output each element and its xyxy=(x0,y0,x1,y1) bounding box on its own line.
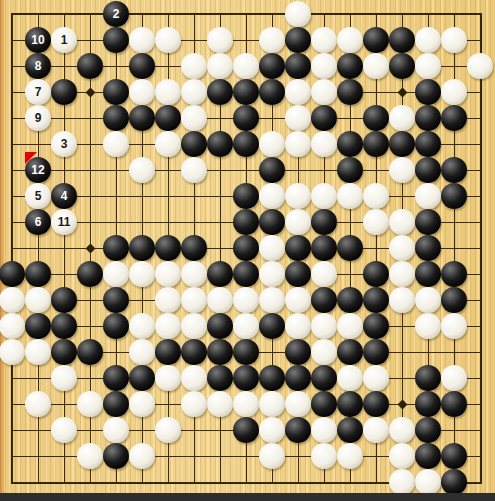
black-stone[interactable] xyxy=(441,157,467,183)
bottom-dark-strip xyxy=(0,493,495,501)
white-stone[interactable] xyxy=(155,79,181,105)
white-stone[interactable] xyxy=(181,53,207,79)
black-stone[interactable] xyxy=(259,157,285,183)
white-stone[interactable] xyxy=(259,131,285,157)
white-stone[interactable] xyxy=(285,1,311,27)
white-stone[interactable] xyxy=(259,235,285,261)
black-stone[interactable] xyxy=(129,105,155,131)
black-stone[interactable] xyxy=(233,209,259,235)
black-stone[interactable] xyxy=(207,365,233,391)
black-stone[interactable] xyxy=(337,391,363,417)
black-stone[interactable] xyxy=(363,261,389,287)
black-stone[interactable] xyxy=(337,287,363,313)
black-stone[interactable] xyxy=(363,131,389,157)
black-stone[interactable] xyxy=(441,287,467,313)
black-stone[interactable] xyxy=(259,209,285,235)
white-stone[interactable] xyxy=(181,261,207,287)
black-stone[interactable] xyxy=(311,235,337,261)
white-stone[interactable]: 3 xyxy=(51,131,77,157)
white-stone[interactable] xyxy=(415,287,441,313)
white-stone[interactable] xyxy=(389,287,415,313)
white-stone[interactable] xyxy=(415,183,441,209)
white-stone[interactable] xyxy=(363,53,389,79)
white-stone[interactable] xyxy=(389,235,415,261)
black-stone[interactable] xyxy=(363,339,389,365)
white-stone[interactable] xyxy=(441,27,467,53)
black-stone[interactable] xyxy=(77,261,103,287)
black-stone[interactable] xyxy=(103,79,129,105)
white-stone[interactable] xyxy=(285,131,311,157)
black-stone[interactable] xyxy=(363,391,389,417)
white-stone[interactable] xyxy=(181,313,207,339)
white-stone[interactable] xyxy=(311,53,337,79)
white-stone[interactable] xyxy=(0,287,25,313)
black-stone[interactable] xyxy=(25,261,51,287)
black-stone[interactable]: 8 xyxy=(25,53,51,79)
white-stone[interactable] xyxy=(129,339,155,365)
white-stone[interactable] xyxy=(25,391,51,417)
black-stone[interactable] xyxy=(337,339,363,365)
black-stone[interactable] xyxy=(207,339,233,365)
move-number-label: 6 xyxy=(35,216,42,228)
black-stone[interactable] xyxy=(77,53,103,79)
white-stone[interactable] xyxy=(337,443,363,469)
white-stone[interactable] xyxy=(441,79,467,105)
black-stone[interactable] xyxy=(51,287,77,313)
white-stone[interactable] xyxy=(389,261,415,287)
black-stone[interactable] xyxy=(0,261,25,287)
white-stone[interactable] xyxy=(233,391,259,417)
white-stone[interactable] xyxy=(415,313,441,339)
white-stone[interactable] xyxy=(389,209,415,235)
white-stone[interactable] xyxy=(129,443,155,469)
black-stone[interactable] xyxy=(207,131,233,157)
black-stone[interactable] xyxy=(415,235,441,261)
white-stone[interactable] xyxy=(181,105,207,131)
white-stone[interactable] xyxy=(155,131,181,157)
white-stone[interactable] xyxy=(285,313,311,339)
black-stone[interactable] xyxy=(233,417,259,443)
black-stone[interactable] xyxy=(311,287,337,313)
black-stone[interactable] xyxy=(441,105,467,131)
red-triangle-marker xyxy=(25,152,37,164)
white-stone[interactable] xyxy=(181,365,207,391)
black-stone[interactable] xyxy=(415,391,441,417)
black-stone[interactable] xyxy=(285,417,311,443)
board-left-edge-shading xyxy=(0,0,4,501)
white-stone[interactable] xyxy=(285,287,311,313)
white-stone[interactable] xyxy=(233,287,259,313)
white-stone[interactable] xyxy=(311,417,337,443)
white-stone[interactable] xyxy=(129,391,155,417)
white-stone[interactable] xyxy=(77,391,103,417)
black-stone[interactable] xyxy=(337,235,363,261)
black-stone[interactable] xyxy=(259,365,285,391)
white-stone[interactable] xyxy=(129,157,155,183)
black-stone[interactable] xyxy=(155,339,181,365)
black-stone[interactable] xyxy=(103,443,129,469)
black-stone[interactable] xyxy=(311,391,337,417)
black-stone[interactable] xyxy=(25,313,51,339)
white-stone[interactable] xyxy=(259,443,285,469)
black-stone[interactable] xyxy=(441,183,467,209)
white-stone[interactable] xyxy=(441,313,467,339)
black-stone[interactable] xyxy=(233,261,259,287)
black-stone[interactable] xyxy=(415,209,441,235)
white-stone[interactable] xyxy=(51,417,77,443)
white-stone[interactable] xyxy=(155,365,181,391)
black-stone[interactable] xyxy=(415,79,441,105)
black-stone[interactable] xyxy=(155,235,181,261)
white-stone[interactable] xyxy=(337,183,363,209)
black-stone[interactable] xyxy=(129,365,155,391)
black-stone[interactable] xyxy=(441,261,467,287)
black-stone[interactable] xyxy=(389,131,415,157)
black-stone[interactable] xyxy=(363,105,389,131)
white-stone[interactable] xyxy=(103,417,129,443)
black-stone[interactable] xyxy=(51,339,77,365)
black-stone[interactable] xyxy=(103,27,129,53)
white-stone[interactable] xyxy=(285,105,311,131)
white-stone[interactable] xyxy=(129,261,155,287)
white-stone[interactable] xyxy=(311,79,337,105)
white-stone[interactable] xyxy=(103,261,129,287)
white-stone[interactable] xyxy=(389,105,415,131)
black-stone[interactable]: 6 xyxy=(25,209,51,235)
black-stone[interactable] xyxy=(285,235,311,261)
black-stone[interactable] xyxy=(311,365,337,391)
white-stone[interactable]: 9 xyxy=(25,105,51,131)
white-stone[interactable] xyxy=(337,27,363,53)
black-stone[interactable] xyxy=(103,235,129,261)
white-stone[interactable] xyxy=(415,469,441,495)
black-stone[interactable] xyxy=(363,313,389,339)
black-stone[interactable] xyxy=(441,391,467,417)
white-stone[interactable] xyxy=(103,131,129,157)
white-stone[interactable] xyxy=(155,27,181,53)
black-stone[interactable] xyxy=(337,131,363,157)
black-stone[interactable] xyxy=(233,183,259,209)
move-number-label: 8 xyxy=(35,60,42,72)
black-stone[interactable] xyxy=(389,27,415,53)
black-stone[interactable] xyxy=(207,261,233,287)
white-stone[interactable] xyxy=(0,313,25,339)
black-stone[interactable]: 10 xyxy=(25,27,51,53)
black-stone[interactable] xyxy=(181,339,207,365)
black-stone[interactable] xyxy=(181,131,207,157)
white-stone[interactable] xyxy=(363,417,389,443)
black-stone[interactable] xyxy=(233,235,259,261)
black-stone[interactable] xyxy=(415,443,441,469)
white-stone[interactable] xyxy=(51,365,77,391)
black-stone[interactable] xyxy=(103,391,129,417)
black-stone[interactable] xyxy=(233,131,259,157)
black-stone[interactable] xyxy=(337,157,363,183)
black-stone[interactable] xyxy=(233,105,259,131)
black-stone[interactable] xyxy=(415,417,441,443)
white-stone[interactable] xyxy=(207,287,233,313)
white-stone[interactable] xyxy=(311,183,337,209)
white-stone[interactable] xyxy=(415,27,441,53)
white-stone[interactable] xyxy=(129,313,155,339)
black-stone[interactable] xyxy=(51,313,77,339)
black-stone[interactable] xyxy=(207,313,233,339)
move-number-label: 9 xyxy=(35,112,42,124)
white-stone[interactable] xyxy=(285,391,311,417)
black-stone[interactable] xyxy=(285,27,311,53)
white-stone[interactable] xyxy=(25,339,51,365)
go-board-window: 210187931254611 xyxy=(0,0,495,501)
black-stone[interactable] xyxy=(129,235,155,261)
white-stone[interactable] xyxy=(259,183,285,209)
black-stone[interactable] xyxy=(415,365,441,391)
white-stone[interactable] xyxy=(77,443,103,469)
black-stone[interactable] xyxy=(233,365,259,391)
white-stone[interactable] xyxy=(207,27,233,53)
black-stone[interactable] xyxy=(233,79,259,105)
white-stone[interactable] xyxy=(207,53,233,79)
black-stone[interactable] xyxy=(51,79,77,105)
white-stone[interactable] xyxy=(311,313,337,339)
black-stone[interactable] xyxy=(311,105,337,131)
white-stone[interactable] xyxy=(389,157,415,183)
black-stone[interactable] xyxy=(337,417,363,443)
black-stone[interactable] xyxy=(337,53,363,79)
black-stone[interactable] xyxy=(103,313,129,339)
white-stone[interactable] xyxy=(363,183,389,209)
move-number-label: 12 xyxy=(31,164,44,176)
white-stone[interactable] xyxy=(129,27,155,53)
black-stone[interactable] xyxy=(155,105,181,131)
black-stone[interactable] xyxy=(77,339,103,365)
move-number-label: 11 xyxy=(58,216,71,228)
white-stone[interactable] xyxy=(285,183,311,209)
white-stone[interactable] xyxy=(311,443,337,469)
white-stone[interactable] xyxy=(467,53,493,79)
move-number-label: 7 xyxy=(35,86,42,98)
move-number-label: 5 xyxy=(35,190,42,202)
black-stone[interactable] xyxy=(363,287,389,313)
black-stone[interactable] xyxy=(441,469,467,495)
white-stone[interactable] xyxy=(259,417,285,443)
white-stone[interactable]: 1 xyxy=(51,27,77,53)
white-stone[interactable] xyxy=(259,27,285,53)
white-stone[interactable] xyxy=(389,443,415,469)
black-stone[interactable] xyxy=(415,131,441,157)
black-stone[interactable] xyxy=(285,365,311,391)
black-stone[interactable] xyxy=(389,53,415,79)
white-stone[interactable] xyxy=(337,365,363,391)
white-stone[interactable] xyxy=(311,131,337,157)
black-stone[interactable] xyxy=(311,209,337,235)
black-stone[interactable]: 4 xyxy=(51,183,77,209)
white-stone[interactable] xyxy=(389,417,415,443)
white-stone[interactable] xyxy=(0,339,25,365)
black-stone[interactable] xyxy=(181,235,207,261)
white-stone[interactable] xyxy=(129,79,155,105)
move-number-label: 10 xyxy=(31,34,44,46)
black-stone[interactable] xyxy=(103,287,129,313)
white-stone[interactable] xyxy=(155,261,181,287)
black-stone[interactable] xyxy=(285,261,311,287)
white-stone[interactable] xyxy=(259,287,285,313)
black-stone[interactable] xyxy=(415,261,441,287)
white-stone[interactable] xyxy=(181,79,207,105)
black-stone[interactable] xyxy=(415,105,441,131)
white-stone[interactable] xyxy=(155,417,181,443)
move-number-label: 3 xyxy=(61,138,68,150)
black-stone[interactable] xyxy=(103,365,129,391)
grid-vline xyxy=(480,14,481,483)
black-stone[interactable] xyxy=(337,79,363,105)
white-stone[interactable] xyxy=(363,209,389,235)
white-stone[interactable] xyxy=(259,391,285,417)
black-stone[interactable] xyxy=(285,339,311,365)
white-stone[interactable] xyxy=(285,209,311,235)
white-stone[interactable] xyxy=(233,53,259,79)
white-stone[interactable] xyxy=(181,157,207,183)
black-stone[interactable] xyxy=(415,157,441,183)
black-stone[interactable]: 2 xyxy=(103,1,129,27)
white-stone[interactable] xyxy=(337,313,363,339)
white-stone[interactable] xyxy=(415,53,441,79)
white-stone[interactable] xyxy=(441,365,467,391)
black-stone[interactable] xyxy=(259,313,285,339)
black-stone[interactable] xyxy=(233,339,259,365)
white-stone[interactable] xyxy=(311,339,337,365)
white-stone[interactable] xyxy=(259,261,285,287)
move-number-label: 1 xyxy=(61,34,68,46)
black-stone[interactable] xyxy=(259,79,285,105)
black-stone[interactable] xyxy=(103,105,129,131)
white-stone[interactable] xyxy=(207,391,233,417)
move-number-label: 4 xyxy=(61,190,68,202)
move-number-label: 2 xyxy=(113,8,120,20)
white-stone[interactable] xyxy=(181,391,207,417)
white-stone[interactable] xyxy=(285,79,311,105)
white-stone[interactable] xyxy=(181,287,207,313)
white-stone[interactable] xyxy=(155,287,181,313)
white-stone[interactable] xyxy=(311,27,337,53)
black-stone[interactable] xyxy=(129,53,155,79)
black-stone[interactable] xyxy=(441,443,467,469)
white-stone[interactable]: 5 xyxy=(25,183,51,209)
white-stone[interactable] xyxy=(363,365,389,391)
white-stone[interactable] xyxy=(155,313,181,339)
white-stone[interactable] xyxy=(311,261,337,287)
black-stone[interactable] xyxy=(285,53,311,79)
white-stone[interactable] xyxy=(25,287,51,313)
white-stone[interactable]: 11 xyxy=(51,209,77,235)
black-stone[interactable] xyxy=(363,27,389,53)
white-stone[interactable] xyxy=(233,313,259,339)
black-stone[interactable] xyxy=(207,79,233,105)
white-stone[interactable]: 7 xyxy=(25,79,51,105)
white-stone[interactable] xyxy=(389,469,415,495)
black-stone[interactable] xyxy=(259,53,285,79)
